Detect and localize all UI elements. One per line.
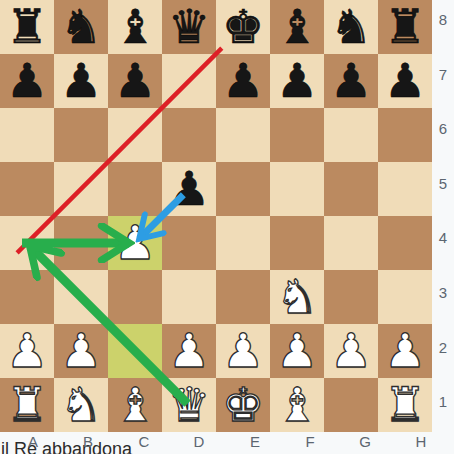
black-bishop-f8[interactable]: ♝ (276, 0, 318, 54)
square-g3[interactable] (324, 270, 378, 324)
white-rook-a1[interactable]: ♜ (6, 378, 48, 432)
square-h1[interactable]: ♜ (378, 378, 432, 432)
square-d1[interactable]: ♛ (162, 378, 216, 432)
black-pawn-f7[interactable]: ♟ (276, 54, 318, 108)
white-pawn-b2[interactable]: ♟ (60, 324, 102, 378)
file-label-e: E (228, 433, 282, 454)
square-d5[interactable]: ♟ (162, 162, 216, 216)
square-f2[interactable]: ♟ (270, 324, 324, 378)
square-a1[interactable]: ♜ (0, 378, 54, 432)
square-g2[interactable]: ♟ (324, 324, 378, 378)
file-label-b: B (61, 433, 115, 454)
white-rook-h1[interactable]: ♜ (384, 378, 426, 432)
chess-board[interactable]: ♜♞♝♛♚♝♞♜♟♟♟♟♟♟♟♟♟♞♟♟♟♟♟♟♟♜♞♝♛♚♝♜ (0, 0, 432, 432)
rank-label-7: 7 (432, 66, 454, 86)
square-g1[interactable] (324, 378, 378, 432)
black-pawn-e7[interactable]: ♟ (222, 54, 264, 108)
square-b7[interactable]: ♟ (54, 54, 108, 108)
square-f1[interactable]: ♝ (270, 378, 324, 432)
square-f3[interactable]: ♞ (270, 270, 324, 324)
rank-label-5: 5 (432, 175, 454, 195)
square-h6[interactable] (378, 108, 432, 162)
square-b3[interactable] (54, 270, 108, 324)
white-pawn-e2[interactable]: ♟ (222, 324, 264, 378)
square-c4[interactable]: ♟ (108, 216, 162, 270)
rank-label-6: 6 (432, 120, 454, 140)
file-label-g: G (338, 433, 392, 454)
rank-label-3: 3 (432, 284, 454, 304)
black-pawn-b7[interactable]: ♟ (60, 54, 102, 108)
square-d7[interactable] (162, 54, 216, 108)
square-c7[interactable]: ♟ (108, 54, 162, 108)
square-a7[interactable]: ♟ (0, 54, 54, 108)
square-e5[interactable] (216, 162, 270, 216)
square-f6[interactable] (270, 108, 324, 162)
black-pawn-d5[interactable]: ♟ (168, 162, 210, 216)
black-knight-g8[interactable]: ♞ (330, 0, 372, 54)
square-f4[interactable] (270, 216, 324, 270)
black-pawn-h7[interactable]: ♟ (384, 54, 426, 108)
square-e6[interactable] (216, 108, 270, 162)
black-queen-d8[interactable]: ♛ (168, 0, 210, 54)
black-king-e8[interactable]: ♚ (222, 0, 264, 54)
square-c1[interactable]: ♝ (108, 378, 162, 432)
square-b2[interactable]: ♟ (54, 324, 108, 378)
chess-lesson-app: ♜♞♝♛♚♝♞♜♟♟♟♟♟♟♟♟♟♞♟♟♟♟♟♟♟♜♞♝♛♚♝♜ 8765432… (0, 0, 454, 454)
rank-label-8: 8 (432, 11, 454, 31)
square-a6[interactable] (0, 108, 54, 162)
square-a4[interactable] (0, 216, 54, 270)
square-e8[interactable]: ♚ (216, 0, 270, 54)
file-label-c: C (117, 433, 171, 454)
file-label-f: F (283, 433, 337, 454)
square-c5[interactable] (108, 162, 162, 216)
square-g4[interactable] (324, 216, 378, 270)
square-g6[interactable] (324, 108, 378, 162)
black-pawn-c7[interactable]: ♟ (114, 54, 156, 108)
white-knight-b1[interactable]: ♞ (60, 378, 102, 432)
black-bishop-c8[interactable]: ♝ (114, 0, 156, 54)
square-e7[interactable]: ♟ (216, 54, 270, 108)
white-bishop-f1[interactable]: ♝ (276, 378, 318, 432)
square-e3[interactable] (216, 270, 270, 324)
square-b8[interactable]: ♞ (54, 0, 108, 54)
black-pawn-g7[interactable]: ♟ (330, 54, 372, 108)
square-d4[interactable] (162, 216, 216, 270)
square-b6[interactable] (54, 108, 108, 162)
square-f5[interactable] (270, 162, 324, 216)
rank-label-1: 1 (432, 393, 454, 413)
square-a8[interactable]: ♜ (0, 0, 54, 54)
white-pawn-f2[interactable]: ♟ (276, 324, 318, 378)
square-a3[interactable] (0, 270, 54, 324)
square-d6[interactable] (162, 108, 216, 162)
square-e2[interactable]: ♟ (216, 324, 270, 378)
square-a2[interactable]: ♟ (0, 324, 54, 378)
square-d2[interactable]: ♟ (162, 324, 216, 378)
square-a5[interactable] (0, 162, 54, 216)
square-h2[interactable]: ♟ (378, 324, 432, 378)
square-d3[interactable] (162, 270, 216, 324)
square-f7[interactable]: ♟ (270, 54, 324, 108)
square-d8[interactable]: ♛ (162, 0, 216, 54)
square-e1[interactable]: ♚ (216, 378, 270, 432)
square-h7[interactable]: ♟ (378, 54, 432, 108)
white-bishop-c1[interactable]: ♝ (114, 378, 156, 432)
white-queen-d1[interactable]: ♛ (168, 378, 210, 432)
white-pawn-g2[interactable]: ♟ (330, 324, 372, 378)
file-label-d: D (172, 433, 226, 454)
square-c3[interactable] (108, 270, 162, 324)
square-b1[interactable]: ♞ (54, 378, 108, 432)
square-h5[interactable] (378, 162, 432, 216)
square-g7[interactable]: ♟ (324, 54, 378, 108)
white-pawn-c4[interactable]: ♟ (114, 216, 156, 270)
square-b4[interactable] (54, 216, 108, 270)
white-king-e1[interactable]: ♚ (222, 378, 264, 432)
black-pawn-a7[interactable]: ♟ (6, 54, 48, 108)
square-h3[interactable] (378, 270, 432, 324)
black-rook-a8[interactable]: ♜ (6, 0, 48, 54)
white-pawn-a2[interactable]: ♟ (6, 324, 48, 378)
square-g5[interactable] (324, 162, 378, 216)
file-label-h: H (394, 433, 448, 454)
square-g8[interactable]: ♞ (324, 0, 378, 54)
rank-label-2: 2 (432, 339, 454, 359)
white-pawn-h2[interactable]: ♟ (384, 324, 426, 378)
white-knight-f3[interactable]: ♞ (276, 270, 318, 324)
white-pawn-d2[interactable]: ♟ (168, 324, 210, 378)
rank-label-4: 4 (432, 229, 454, 249)
square-c8[interactable]: ♝ (108, 0, 162, 54)
square-c2[interactable] (108, 324, 162, 378)
square-b5[interactable] (54, 162, 108, 216)
black-knight-b8[interactable]: ♞ (60, 0, 102, 54)
square-e4[interactable] (216, 216, 270, 270)
square-c6[interactable] (108, 108, 162, 162)
file-label-a: A (6, 433, 60, 454)
square-h8[interactable]: ♜ (378, 0, 432, 54)
square-f8[interactable]: ♝ (270, 0, 324, 54)
square-h4[interactable] (378, 216, 432, 270)
black-rook-h8[interactable]: ♜ (384, 0, 426, 54)
